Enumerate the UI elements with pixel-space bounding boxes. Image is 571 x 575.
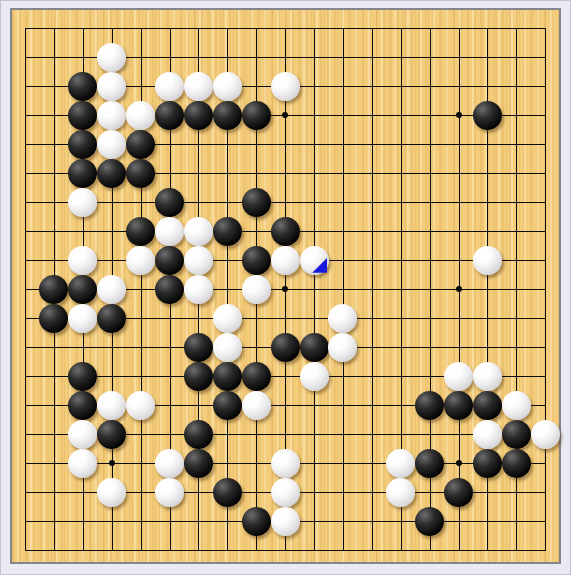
black-stone[interactable] (155, 246, 184, 275)
black-stone[interactable] (39, 275, 68, 304)
star-point (109, 460, 115, 466)
black-stone[interactable] (415, 391, 444, 420)
black-stone[interactable] (184, 333, 213, 362)
black-stone[interactable] (473, 391, 502, 420)
star-point (456, 286, 462, 292)
black-stone[interactable] (68, 362, 97, 391)
black-stone[interactable] (502, 449, 531, 478)
white-stone[interactable] (126, 391, 155, 420)
white-stone[interactable] (126, 101, 155, 130)
star-point (282, 286, 288, 292)
black-stone[interactable] (155, 275, 184, 304)
black-stone[interactable] (242, 507, 271, 536)
white-stone[interactable] (184, 275, 213, 304)
white-stone[interactable] (68, 304, 97, 333)
white-stone[interactable] (97, 391, 126, 420)
white-stone[interactable] (386, 449, 415, 478)
white-stone[interactable] (68, 449, 97, 478)
white-stone[interactable] (271, 507, 300, 536)
white-stone[interactable] (97, 43, 126, 72)
white-stone[interactable] (184, 217, 213, 246)
black-stone[interactable] (184, 420, 213, 449)
star-point (456, 460, 462, 466)
black-stone[interactable] (68, 275, 97, 304)
star-point (282, 112, 288, 118)
black-stone[interactable] (68, 130, 97, 159)
black-stone[interactable] (213, 478, 242, 507)
grid-line-vertical (372, 28, 373, 551)
black-stone[interactable] (184, 449, 213, 478)
black-stone[interactable] (415, 507, 444, 536)
white-stone[interactable] (473, 362, 502, 391)
black-stone[interactable] (242, 362, 271, 391)
white-stone[interactable] (213, 72, 242, 101)
black-stone[interactable] (444, 391, 473, 420)
black-stone[interactable] (68, 72, 97, 101)
black-stone[interactable] (126, 217, 155, 246)
black-stone[interactable] (155, 188, 184, 217)
black-stone[interactable] (39, 304, 68, 333)
grid-line-vertical (314, 28, 315, 551)
white-stone[interactable] (184, 246, 213, 275)
white-stone[interactable] (68, 420, 97, 449)
go-board[interactable] (10, 8, 561, 564)
black-stone[interactable] (68, 159, 97, 188)
white-stone[interactable] (184, 72, 213, 101)
black-stone[interactable] (502, 420, 531, 449)
white-stone[interactable] (444, 362, 473, 391)
black-stone[interactable] (242, 101, 271, 130)
white-stone[interactable] (155, 217, 184, 246)
white-stone[interactable] (97, 101, 126, 130)
white-stone[interactable] (271, 478, 300, 507)
white-stone[interactable] (68, 246, 97, 275)
screenshot-page (0, 0, 571, 575)
last-move-marker-icon (312, 258, 327, 273)
black-stone[interactable] (300, 333, 329, 362)
white-stone[interactable] (155, 72, 184, 101)
black-stone[interactable] (271, 333, 300, 362)
black-stone[interactable] (242, 246, 271, 275)
black-stone[interactable] (213, 101, 242, 130)
white-stone[interactable] (300, 362, 329, 391)
white-stone[interactable] (531, 420, 560, 449)
black-stone[interactable] (213, 391, 242, 420)
white-stone[interactable] (68, 188, 97, 217)
black-stone[interactable] (473, 449, 502, 478)
black-stone[interactable] (155, 101, 184, 130)
white-stone[interactable] (155, 449, 184, 478)
white-stone[interactable] (328, 304, 357, 333)
black-stone[interactable] (126, 130, 155, 159)
white-stone[interactable] (473, 246, 502, 275)
black-stone[interactable] (97, 420, 126, 449)
black-stone[interactable] (213, 217, 242, 246)
black-stone[interactable] (242, 188, 271, 217)
black-stone[interactable] (415, 449, 444, 478)
white-stone[interactable] (97, 275, 126, 304)
white-stone[interactable] (242, 391, 271, 420)
white-stone[interactable] (242, 275, 271, 304)
white-stone[interactable] (328, 333, 357, 362)
white-stone[interactable] (300, 246, 329, 275)
white-stone[interactable] (97, 72, 126, 101)
black-stone[interactable] (473, 101, 502, 130)
black-stone[interactable] (271, 217, 300, 246)
black-stone[interactable] (184, 362, 213, 391)
black-stone[interactable] (126, 159, 155, 188)
white-stone[interactable] (386, 478, 415, 507)
black-stone[interactable] (68, 391, 97, 420)
white-stone[interactable] (155, 478, 184, 507)
white-stone[interactable] (271, 246, 300, 275)
white-stone[interactable] (213, 333, 242, 362)
star-point (456, 112, 462, 118)
grid-line-horizontal (25, 550, 546, 551)
black-stone[interactable] (97, 159, 126, 188)
grid-line-vertical (545, 28, 546, 551)
black-stone[interactable] (184, 101, 213, 130)
grid-line-vertical (343, 28, 344, 551)
white-stone[interactable] (97, 130, 126, 159)
white-stone[interactable] (271, 449, 300, 478)
white-stone[interactable] (97, 478, 126, 507)
black-stone[interactable] (213, 362, 242, 391)
white-stone[interactable] (502, 391, 531, 420)
white-stone[interactable] (271, 72, 300, 101)
black-stone[interactable] (68, 101, 97, 130)
black-stone[interactable] (97, 304, 126, 333)
black-stone[interactable] (444, 478, 473, 507)
white-stone[interactable] (126, 246, 155, 275)
white-stone[interactable] (213, 304, 242, 333)
white-stone[interactable] (473, 420, 502, 449)
